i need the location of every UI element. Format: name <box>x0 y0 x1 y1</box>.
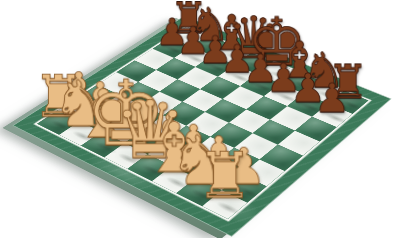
chess-board: ♜♞♝♛♚♝♞♜♟♟♟♟♟♟♟♟♟♟♟♟♟♟♟♟♜♞♝♚♛♝♞♜ <box>12 16 391 237</box>
piece-black-pawn: ♟ <box>314 78 350 118</box>
chess-set-photo: ♜♞♝♛♚♝♞♜♟♟♟♟♟♟♟♟♟♟♟♟♟♟♟♟♜♞♝♚♛♝♞♜ <box>0 0 400 238</box>
piece-white-rook: ♜ <box>196 144 253 207</box>
